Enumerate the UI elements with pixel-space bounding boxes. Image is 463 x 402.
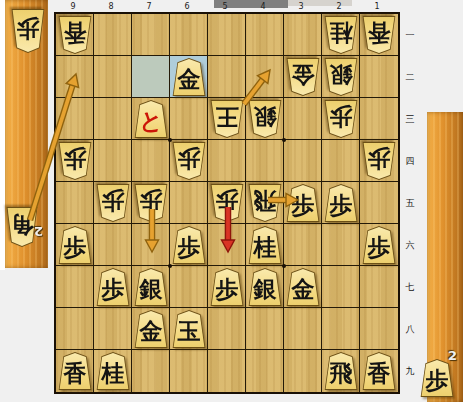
square-1-3[interactable] <box>360 98 398 140</box>
sente-歩-6-6[interactable]: 歩 <box>172 226 206 264</box>
piece-glyph: 香 <box>362 352 396 390</box>
rank-label-7: 七 <box>401 266 419 308</box>
square-9-5[interactable] <box>56 182 94 224</box>
square-7-4[interactable] <box>132 140 170 182</box>
gote-歩-2-3[interactable]: 歩 <box>324 100 358 138</box>
gote-歩-8-5[interactable]: 歩 <box>96 184 130 222</box>
square-3-8[interactable] <box>284 308 322 350</box>
file-label-3: 3 <box>282 1 320 12</box>
piece-glyph: 歩 <box>286 184 320 222</box>
square-7-2[interactable] <box>132 56 170 98</box>
gote-歩-5-5[interactable]: 歩 <box>210 184 244 222</box>
square-2-7[interactable] <box>322 266 360 308</box>
piece-glyph: 金 <box>286 58 320 96</box>
piece-glyph: 王 <box>210 100 244 138</box>
rank-label-9: 九 <box>401 350 419 392</box>
piece-glyph: 歩 <box>324 184 358 222</box>
sente-歩-2-5[interactable]: 歩 <box>324 184 358 222</box>
square-9-2[interactable] <box>56 56 94 98</box>
piece-glyph: 香 <box>58 352 92 390</box>
square-4-4[interactable] <box>246 140 284 182</box>
square-8-2[interactable] <box>94 56 132 98</box>
square-7-9[interactable] <box>132 350 170 392</box>
square-8-4[interactable] <box>94 140 132 182</box>
piece-glyph: 銀 <box>324 58 358 96</box>
gote-hand-角-count: 2 <box>34 224 43 239</box>
square-6-7[interactable] <box>170 266 208 308</box>
piece-glyph: 桂 <box>324 16 358 54</box>
gote-hand-歩[interactable]: 歩 <box>11 9 45 53</box>
piece-glyph: 歩 <box>96 268 130 306</box>
sente-歩-9-6[interactable]: 歩 <box>58 226 92 264</box>
piece-glyph: 飛 <box>248 184 282 222</box>
sente-桂-8-9[interactable]: 桂 <box>96 352 130 390</box>
star-point <box>168 264 172 268</box>
sente-香-9-9[interactable]: 香 <box>58 352 92 390</box>
piece-glyph: 歩 <box>96 184 130 222</box>
file-label-4: 4 <box>244 1 282 12</box>
square-3-9[interactable] <box>284 350 322 392</box>
sente-銀-7-7[interactable]: 銀 <box>134 268 168 306</box>
star-point <box>282 138 286 142</box>
piece-glyph: 桂 <box>248 226 282 264</box>
square-3-6[interactable] <box>284 224 322 266</box>
sente-銀-4-7[interactable]: 銀 <box>248 268 282 306</box>
piece-glyph: 金 <box>134 310 168 348</box>
file-label-9: 9 <box>54 1 92 12</box>
piece-glyph: 歩 <box>134 184 168 222</box>
square-7-6[interactable] <box>132 224 170 266</box>
square-9-3[interactable] <box>56 98 94 140</box>
gote-銀-4-3[interactable]: 銀 <box>248 100 282 138</box>
file-label-1: 1 <box>358 1 396 12</box>
square-4-1[interactable] <box>246 14 284 56</box>
sente-桂-4-6[interactable]: 桂 <box>248 226 282 264</box>
piece-glyph: と <box>134 100 168 138</box>
square-3-4[interactable] <box>284 140 322 182</box>
gote-歩-7-5[interactable]: 歩 <box>134 184 168 222</box>
piece-glyph: 銀 <box>248 268 282 306</box>
gote-歩-6-4[interactable]: 歩 <box>172 142 206 180</box>
rank-label-2: 二 <box>401 56 419 98</box>
square-8-1[interactable] <box>94 14 132 56</box>
square-2-8[interactable] <box>322 308 360 350</box>
piece-glyph: 銀 <box>134 268 168 306</box>
sente-歩-1-6[interactable]: 歩 <box>362 226 396 264</box>
rank-label-4: 四 <box>401 140 419 182</box>
square-5-2[interactable] <box>208 56 246 98</box>
sente-香-1-9[interactable]: 香 <box>362 352 396 390</box>
rank-label-5: 五 <box>401 182 419 224</box>
sente-飛-2-9[interactable]: 飛 <box>324 352 358 390</box>
gote-香-1-1[interactable]: 香 <box>362 16 396 54</box>
piece-glyph: 歩 <box>324 100 358 138</box>
square-4-8[interactable] <box>246 308 284 350</box>
square-5-9[interactable] <box>208 350 246 392</box>
piece-glyph: 歩 <box>420 359 454 397</box>
sente-金-6-2[interactable]: 金 <box>172 58 206 96</box>
sente-歩-3-5[interactable]: 歩 <box>286 184 320 222</box>
square-1-8[interactable] <box>360 308 398 350</box>
piece-glyph: 歩 <box>58 142 92 180</box>
square-5-8[interactable] <box>208 308 246 350</box>
file-label-7: 7 <box>130 1 168 12</box>
gote-香-9-1[interactable]: 香 <box>58 16 92 54</box>
star-point <box>168 138 172 142</box>
piece-glyph: 歩 <box>172 142 206 180</box>
gote-王-5-3[interactable]: 王 <box>210 100 244 138</box>
piece-glyph: 金 <box>286 268 320 306</box>
sente-歩-8-7[interactable]: 歩 <box>96 268 130 306</box>
square-9-7[interactable] <box>56 266 94 308</box>
square-5-4[interactable] <box>208 140 246 182</box>
gote-歩-1-4[interactable]: 歩 <box>362 142 396 180</box>
piece-glyph: 金 <box>172 58 206 96</box>
piece-glyph: 歩 <box>58 226 92 264</box>
piece-glyph: 桂 <box>96 352 130 390</box>
square-5-6[interactable] <box>208 224 246 266</box>
square-1-5[interactable] <box>360 182 398 224</box>
square-8-8[interactable] <box>94 308 132 350</box>
square-3-1[interactable] <box>284 14 322 56</box>
sente-金-7-8[interactable]: 金 <box>134 310 168 348</box>
sente-金-3-7[interactable]: 金 <box>286 268 320 306</box>
square-8-6[interactable] <box>94 224 132 266</box>
square-3-3[interactable] <box>284 98 322 140</box>
sente-玉-6-8[interactable]: 玉 <box>172 310 206 348</box>
rank-label-6: 六 <box>401 224 419 266</box>
piece-glyph: 飛 <box>324 352 358 390</box>
square-6-9[interactable] <box>170 350 208 392</box>
sente-と-7-3[interactable]: と <box>134 100 168 138</box>
square-4-9[interactable] <box>246 350 284 392</box>
piece-glyph: 歩 <box>362 142 396 180</box>
gote-飛-4-5[interactable]: 飛 <box>248 184 282 222</box>
sente-hand-歩[interactable]: 歩 <box>420 359 454 397</box>
square-6-5[interactable] <box>170 182 208 224</box>
gote-歩-9-4[interactable]: 歩 <box>58 142 92 180</box>
piece-glyph: 歩 <box>362 226 396 264</box>
file-label-8: 8 <box>92 1 130 12</box>
sente-hand-歩-count: 2 <box>448 348 457 363</box>
square-6-1[interactable] <box>170 14 208 56</box>
square-9-8[interactable] <box>56 308 94 350</box>
piece-glyph: 歩 <box>11 9 45 53</box>
piece-glyph: 歩 <box>210 184 244 222</box>
file-label-6: 6 <box>168 1 206 12</box>
square-6-3[interactable] <box>170 98 208 140</box>
gote-桂-2-1[interactable]: 桂 <box>324 16 358 54</box>
shogi-board: 香桂香金銀王銀歩歩歩歩歩歩歩飛金と歩歩歩歩桂歩歩銀歩銀金金玉香桂飛香 <box>54 12 400 394</box>
piece-glyph: 香 <box>58 16 92 54</box>
square-4-2[interactable] <box>246 56 284 98</box>
file-label-2: 2 <box>320 1 358 12</box>
square-8-3[interactable] <box>94 98 132 140</box>
square-1-7[interactable] <box>360 266 398 308</box>
rank-label-8: 八 <box>401 308 419 350</box>
piece-glyph: 香 <box>362 16 396 54</box>
square-5-1[interactable] <box>208 14 246 56</box>
square-1-2[interactable] <box>360 56 398 98</box>
file-label-5: 5 <box>206 1 244 12</box>
square-2-6[interactable] <box>322 224 360 266</box>
square-2-4[interactable] <box>322 140 360 182</box>
piece-glyph: 歩 <box>172 226 206 264</box>
square-7-1[interactable] <box>132 14 170 56</box>
piece-glyph: 玉 <box>172 310 206 348</box>
piece-glyph: 銀 <box>248 100 282 138</box>
sente-歩-5-7[interactable]: 歩 <box>210 268 244 306</box>
rank-label-3: 三 <box>401 98 419 140</box>
gote-銀-2-2[interactable]: 銀 <box>324 58 358 96</box>
piece-glyph: 歩 <box>210 268 244 306</box>
rank-label-1: 一 <box>401 14 419 56</box>
star-point <box>282 264 286 268</box>
gote-金-3-2[interactable]: 金 <box>286 58 320 96</box>
